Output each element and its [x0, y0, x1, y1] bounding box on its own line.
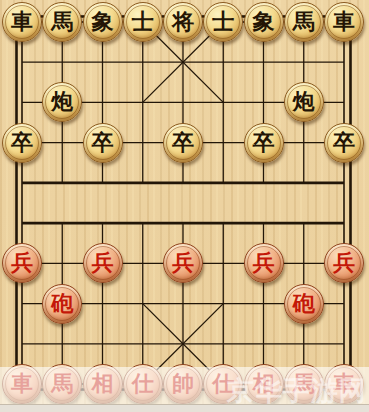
black-soldier-label: 卒: [172, 123, 194, 161]
black-general[interactable]: 将: [163, 2, 203, 42]
black-chariot[interactable]: 車: [2, 2, 42, 42]
red-cannon[interactable]: 砲: [42, 284, 82, 324]
xiangqi-board: 車馬象士将士象馬車炮炮卒卒卒卒卒兵兵兵兵兵砲砲車馬相仕帥仕相馬車 京华手游网: [0, 0, 369, 412]
red-soldier-label: 兵: [92, 243, 114, 281]
black-chariot-label: 車: [11, 2, 33, 40]
black-horse[interactable]: 馬: [42, 2, 82, 42]
red-cannon-label: 砲: [51, 284, 73, 322]
red-soldier-label: 兵: [333, 243, 355, 281]
black-soldier-label: 卒: [253, 123, 275, 161]
black-advisor-label: 士: [132, 2, 154, 40]
red-soldier-label: 兵: [253, 243, 275, 281]
black-soldier[interactable]: 卒: [244, 123, 284, 163]
black-elephant-label: 象: [92, 2, 114, 40]
watermark: 京华手游网: [227, 373, 367, 409]
black-elephant-label: 象: [253, 2, 275, 40]
black-elephant[interactable]: 象: [83, 2, 123, 42]
black-soldier[interactable]: 卒: [2, 123, 42, 163]
black-soldier[interactable]: 卒: [163, 123, 203, 163]
black-advisor-label: 士: [212, 2, 234, 40]
black-chariot[interactable]: 車: [324, 2, 364, 42]
black-horse-label: 馬: [293, 2, 315, 40]
red-cannon-label: 砲: [293, 284, 315, 322]
black-cannon-label: 炮: [51, 82, 73, 120]
black-horse[interactable]: 馬: [284, 2, 324, 42]
black-cannon[interactable]: 炮: [42, 82, 82, 122]
red-cannon[interactable]: 砲: [284, 284, 324, 324]
black-soldier-label: 卒: [333, 123, 355, 161]
black-horse-label: 馬: [51, 2, 73, 40]
black-cannon-label: 炮: [293, 82, 315, 120]
red-soldier[interactable]: 兵: [324, 243, 364, 283]
black-soldier-label: 卒: [92, 123, 114, 161]
black-soldier[interactable]: 卒: [83, 123, 123, 163]
red-soldier[interactable]: 兵: [83, 243, 123, 283]
black-advisor[interactable]: 士: [123, 2, 163, 42]
black-advisor[interactable]: 士: [203, 2, 243, 42]
red-soldier-label: 兵: [172, 243, 194, 281]
black-cannon[interactable]: 炮: [284, 82, 324, 122]
black-soldier-label: 卒: [11, 123, 33, 161]
black-elephant[interactable]: 象: [244, 2, 284, 42]
black-general-label: 将: [172, 2, 194, 40]
black-chariot-label: 車: [333, 2, 355, 40]
red-soldier[interactable]: 兵: [244, 243, 284, 283]
piece-grid[interactable]: 車馬象士将士象馬車炮炮卒卒卒卒卒兵兵兵兵兵砲砲車馬相仕帥仕相馬車: [2, 2, 364, 404]
red-soldier[interactable]: 兵: [163, 243, 203, 283]
red-soldier-label: 兵: [11, 243, 33, 281]
black-soldier[interactable]: 卒: [324, 123, 364, 163]
red-soldier[interactable]: 兵: [2, 243, 42, 283]
